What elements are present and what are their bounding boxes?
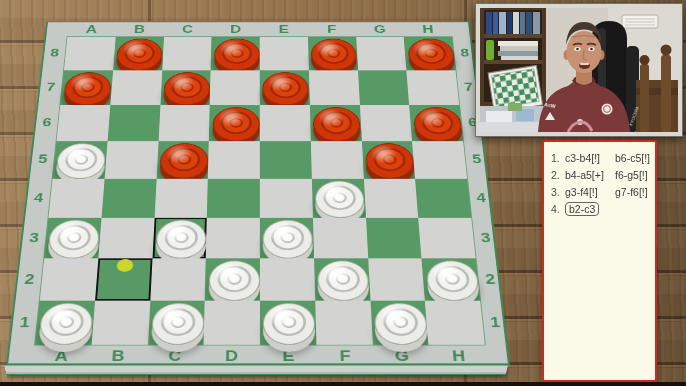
white-piece-a5[interactable]	[56, 143, 107, 179]
square-h5[interactable]	[412, 141, 467, 179]
white-piece-h2[interactable]	[425, 261, 480, 301]
red-piece-f8[interactable]	[311, 39, 358, 71]
file-label-e: E	[260, 22, 308, 36]
red-piece-d6[interactable]	[212, 107, 259, 141]
move-row-1: 1.c3-b4[!]b6-c5[!]	[551, 149, 655, 166]
square-b6[interactable]	[107, 105, 160, 141]
square-e1[interactable]	[260, 301, 316, 345]
red-piece-g5[interactable]	[365, 143, 415, 179]
checkers-board: ABCDEFGH ABCDEFGH 87654321 87654321	[6, 21, 510, 365]
webcam-panel: A≡W KYOCERA	[475, 3, 683, 137]
square-d4[interactable]	[207, 179, 260, 218]
white-move[interactable]: b4-a5[+]	[565, 169, 604, 181]
rank-label-8: 8	[453, 36, 477, 70]
square-c6[interactable]	[158, 105, 210, 141]
red-piece-b8[interactable]	[116, 39, 163, 71]
file-labels-bottom: ABCDEFGH	[32, 346, 488, 367]
square-h6[interactable]	[409, 105, 463, 141]
white-move[interactable]: c3-b4[!]	[565, 152, 600, 164]
square-b1[interactable]	[91, 301, 150, 345]
red-piece-h6[interactable]	[412, 107, 462, 141]
board-face: ABCDEFGH ABCDEFGH 87654321 87654321	[6, 21, 510, 365]
file-label-a: A	[32, 346, 91, 367]
square-f8[interactable]	[308, 37, 358, 71]
rank-label-3: 3	[472, 218, 499, 259]
square-c7[interactable]	[160, 70, 211, 105]
square-e7[interactable]	[260, 70, 310, 105]
square-h3[interactable]	[418, 218, 475, 259]
square-c8[interactable]	[162, 37, 212, 71]
red-piece-a7[interactable]	[63, 72, 112, 105]
file-label-a: A	[67, 22, 116, 36]
square-f6[interactable]	[310, 105, 362, 141]
app-window: ABCDEFGH ABCDEFGH 87654321 87654321	[0, 0, 686, 386]
square-a2[interactable]	[40, 258, 98, 300]
white-piece-e3[interactable]	[263, 220, 313, 258]
square-e3[interactable]	[260, 218, 314, 259]
white-piece-g1[interactable]	[373, 303, 428, 345]
square-f5[interactable]	[311, 141, 364, 179]
webcam-video: A≡W KYOCERA	[480, 8, 678, 132]
board-grid	[34, 36, 486, 345]
file-labels-top: ABCDEFGH	[67, 22, 453, 36]
board-scene: ABCDEFGH ABCDEFGH 87654321 87654321	[6, 0, 510, 365]
file-label-b: B	[89, 346, 147, 367]
rank-label-1: 1	[481, 301, 510, 345]
square-a3[interactable]	[44, 218, 101, 259]
square-f2[interactable]	[314, 258, 370, 300]
square-e6[interactable]	[260, 105, 311, 141]
square-b8[interactable]	[113, 37, 164, 71]
square-b4[interactable]	[101, 179, 156, 218]
white-piece-d2[interactable]	[208, 261, 259, 301]
last-move-dot	[116, 259, 133, 272]
file-label-e: E	[260, 346, 317, 367]
square-d1[interactable]	[204, 301, 260, 345]
file-label-f: F	[316, 346, 374, 367]
file-label-f: F	[308, 22, 357, 36]
black-move[interactable]: f6-g5[!]	[615, 169, 655, 181]
move-row-3: 3.g3-f4[!]g7-f6[!]	[551, 183, 655, 200]
white-piece-c3[interactable]	[155, 220, 206, 258]
white-piece-e1[interactable]	[263, 303, 316, 345]
square-h1[interactable]	[425, 301, 485, 345]
red-piece-d8[interactable]	[214, 39, 260, 71]
square-g3[interactable]	[366, 218, 422, 259]
black-move[interactable]: b6-c5[!]	[615, 152, 655, 164]
wall-vent	[622, 15, 658, 28]
square-d3[interactable]	[206, 218, 260, 259]
square-a4[interactable]	[48, 179, 104, 218]
square-e2[interactable]	[260, 258, 315, 300]
file-label-h: H	[429, 346, 488, 367]
square-d5[interactable]	[208, 141, 260, 179]
square-e8[interactable]	[260, 37, 309, 71]
white-piece-f4[interactable]	[315, 181, 365, 218]
square-g6[interactable]	[359, 105, 412, 141]
square-c2[interactable]	[150, 258, 206, 300]
square-d8[interactable]	[211, 37, 260, 71]
move-row-4: 4.b2-c3	[551, 200, 655, 217]
white-piece-c1[interactable]	[151, 303, 205, 345]
red-piece-e7[interactable]	[263, 72, 310, 105]
square-c3[interactable]	[152, 218, 207, 259]
square-g8[interactable]	[356, 37, 407, 71]
square-g2[interactable]	[368, 258, 425, 300]
square-a5[interactable]	[53, 141, 108, 179]
square-b7[interactable]	[110, 70, 162, 105]
square-g7[interactable]	[358, 70, 410, 105]
square-a8[interactable]	[64, 37, 116, 71]
square-c4[interactable]	[154, 179, 208, 218]
square-g4[interactable]	[363, 179, 418, 218]
rank-label-5: 5	[464, 141, 490, 179]
file-label-c: C	[146, 346, 204, 367]
square-a1[interactable]	[35, 301, 95, 345]
file-label-h: H	[403, 22, 452, 36]
red-piece-c5[interactable]	[159, 143, 208, 179]
square-h2[interactable]	[422, 258, 480, 300]
white-piece-a1[interactable]	[38, 303, 94, 345]
square-h4[interactable]	[415, 179, 471, 218]
white-piece-f2[interactable]	[317, 261, 370, 301]
white-piece-a3[interactable]	[47, 220, 100, 258]
file-label-b: B	[115, 22, 164, 36]
file-label-g: G	[355, 22, 404, 36]
rank-label-4: 4	[468, 179, 495, 218]
file-label-d: D	[211, 22, 259, 36]
red-piece-c7[interactable]	[163, 72, 210, 105]
square-d7[interactable]	[210, 70, 260, 105]
square-f4[interactable]	[312, 179, 366, 218]
red-piece-f6[interactable]	[313, 107, 361, 141]
square-f3[interactable]	[313, 218, 368, 259]
black-move[interactable]: g7-f6[!]	[615, 186, 655, 198]
rank-label-2: 2	[477, 259, 505, 301]
file-label-c: C	[163, 22, 212, 36]
square-a6[interactable]	[57, 105, 111, 141]
file-label-g: G	[373, 346, 431, 367]
white-move[interactable]: b2-c3	[565, 202, 599, 216]
move-row-2: 2.b4-a5[+]f6-g5[!]	[551, 166, 655, 183]
square-b2[interactable]	[95, 258, 152, 300]
square-e4[interactable]	[260, 179, 313, 218]
white-move[interactable]: g3-f4[!]	[565, 186, 598, 198]
move-list-panel: 1.c3-b4[!]b6-c5[!]2.b4-a5[+]f6-g5[!]3.g3…	[542, 140, 657, 382]
square-a7[interactable]	[60, 70, 113, 105]
red-piece-h8[interactable]	[407, 39, 455, 71]
square-b3[interactable]	[98, 218, 154, 259]
move-number: 4.	[551, 203, 565, 215]
square-d6[interactable]	[209, 105, 260, 141]
move-number: 3.	[551, 186, 565, 198]
square-e5[interactable]	[260, 141, 312, 179]
square-d2[interactable]	[205, 258, 260, 300]
square-c1[interactable]	[148, 301, 205, 345]
move-number: 1.	[551, 152, 565, 164]
file-label-d: D	[203, 346, 260, 367]
square-h8[interactable]	[404, 37, 456, 71]
square-f7[interactable]	[309, 70, 360, 105]
square-b5[interactable]	[104, 141, 158, 179]
square-f1[interactable]	[315, 301, 372, 345]
square-c5[interactable]	[156, 141, 209, 179]
move-number: 2.	[551, 169, 565, 181]
square-h7[interactable]	[407, 70, 460, 105]
square-g1[interactable]	[370, 301, 429, 345]
move-list: 1.c3-b4[!]b6-c5[!]2.b4-a5[+]f6-g5[!]3.g3…	[551, 149, 655, 217]
square-g5[interactable]	[361, 141, 415, 179]
